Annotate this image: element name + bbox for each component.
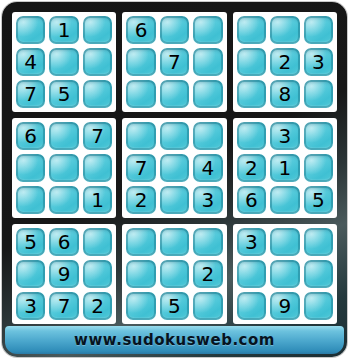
cell-r4c4[interactable] — [126, 122, 155, 150]
cell-r6c7[interactable]: 6 — [237, 186, 266, 214]
cell-r9c4[interactable] — [126, 292, 155, 320]
cell-r7c2[interactable]: 6 — [49, 228, 78, 256]
cell-r4c6[interactable] — [193, 122, 222, 150]
cell-r2c8[interactable]: 2 — [270, 48, 299, 76]
cell-r8c6[interactable]: 2 — [193, 260, 222, 288]
cell-r2c3[interactable] — [83, 48, 112, 76]
cell-r9c1[interactable]: 3 — [16, 292, 45, 320]
block-9: 39 — [233, 224, 337, 324]
block-7: 569372 — [12, 224, 116, 324]
site-url[interactable]: www.sudokusweb.com — [74, 331, 275, 349]
cell-r6c6[interactable]: 3 — [193, 186, 222, 214]
cell-r5c7[interactable]: 2 — [237, 154, 266, 182]
cell-r1c8[interactable] — [270, 16, 299, 44]
cell-r4c3[interactable]: 7 — [83, 122, 112, 150]
cell-r5c4[interactable]: 7 — [126, 154, 155, 182]
cell-r3c8[interactable]: 8 — [270, 80, 299, 108]
cell-r8c7[interactable] — [237, 260, 266, 288]
cell-r1c6[interactable] — [193, 16, 222, 44]
cell-r4c1[interactable]: 6 — [16, 122, 45, 150]
cell-r2c1[interactable]: 4 — [16, 48, 45, 76]
cell-r9c8[interactable]: 9 — [270, 292, 299, 320]
cell-r1c5[interactable] — [160, 16, 189, 44]
cell-r8c8[interactable] — [270, 260, 299, 288]
cell-r8c4[interactable] — [126, 260, 155, 288]
cell-r7c7[interactable]: 3 — [237, 228, 266, 256]
cell-r3c2[interactable]: 5 — [49, 80, 78, 108]
block-5: 7423 — [122, 118, 226, 218]
cell-r3c4[interactable] — [126, 80, 155, 108]
cell-r6c4[interactable]: 2 — [126, 186, 155, 214]
cell-r7c6[interactable] — [193, 228, 222, 256]
cell-r4c2[interactable] — [49, 122, 78, 150]
cell-r7c1[interactable]: 5 — [16, 228, 45, 256]
cell-r7c5[interactable] — [160, 228, 189, 256]
cell-r5c3[interactable] — [83, 154, 112, 182]
cell-r3c9[interactable] — [304, 80, 333, 108]
cell-r6c9[interactable]: 5 — [304, 186, 333, 214]
cell-r5c1[interactable] — [16, 154, 45, 182]
block-6: 32165 — [233, 118, 337, 218]
cell-r5c2[interactable] — [49, 154, 78, 182]
cell-r5c6[interactable]: 4 — [193, 154, 222, 182]
cell-r9c3[interactable]: 2 — [83, 292, 112, 320]
cell-r8c9[interactable] — [304, 260, 333, 288]
cell-r7c3[interactable] — [83, 228, 112, 256]
cell-r2c6[interactable] — [193, 48, 222, 76]
sudoku-grid: 1475672386717423321655693722539 — [12, 12, 337, 324]
cell-r5c5[interactable] — [160, 154, 189, 182]
block-3: 238 — [233, 12, 337, 112]
block-8: 25 — [122, 224, 226, 324]
cell-r1c3[interactable] — [83, 16, 112, 44]
cell-r6c1[interactable] — [16, 186, 45, 214]
cell-r2c9[interactable]: 3 — [304, 48, 333, 76]
cell-r1c4[interactable]: 6 — [126, 16, 155, 44]
cell-r7c4[interactable] — [126, 228, 155, 256]
cell-r3c3[interactable] — [83, 80, 112, 108]
cell-r8c1[interactable] — [16, 260, 45, 288]
cell-r2c7[interactable] — [237, 48, 266, 76]
cell-r9c5[interactable]: 5 — [160, 292, 189, 320]
cell-r5c8[interactable]: 1 — [270, 154, 299, 182]
cell-r6c2[interactable] — [49, 186, 78, 214]
cell-r8c5[interactable] — [160, 260, 189, 288]
cell-r3c7[interactable] — [237, 80, 266, 108]
cell-r4c7[interactable] — [237, 122, 266, 150]
cell-r3c1[interactable]: 7 — [16, 80, 45, 108]
cell-r5c9[interactable] — [304, 154, 333, 182]
cell-r3c5[interactable] — [160, 80, 189, 108]
cell-r1c7[interactable] — [237, 16, 266, 44]
cell-r9c9[interactable] — [304, 292, 333, 320]
cell-r4c8[interactable]: 3 — [270, 122, 299, 150]
cell-r4c9[interactable] — [304, 122, 333, 150]
cell-r6c3[interactable]: 1 — [83, 186, 112, 214]
block-1: 1475 — [12, 12, 116, 112]
cell-r2c4[interactable] — [126, 48, 155, 76]
footer-band: www.sudokusweb.com — [5, 326, 344, 354]
cell-r1c1[interactable] — [16, 16, 45, 44]
cell-r9c6[interactable] — [193, 292, 222, 320]
cell-r9c2[interactable]: 7 — [49, 292, 78, 320]
cell-r8c2[interactable]: 9 — [49, 260, 78, 288]
cell-r9c7[interactable] — [237, 292, 266, 320]
cell-r2c5[interactable]: 7 — [160, 48, 189, 76]
cell-r6c8[interactable] — [270, 186, 299, 214]
block-2: 67 — [122, 12, 226, 112]
cell-r2c2[interactable] — [49, 48, 78, 76]
cell-r1c9[interactable] — [304, 16, 333, 44]
cell-r4c5[interactable] — [160, 122, 189, 150]
sudoku-board: 1475672386717423321655693722539 www.sudo… — [2, 2, 347, 357]
block-4: 671 — [12, 118, 116, 218]
cell-r1c2[interactable]: 1 — [49, 16, 78, 44]
cell-r8c3[interactable] — [83, 260, 112, 288]
cell-r7c9[interactable] — [304, 228, 333, 256]
cell-r7c8[interactable] — [270, 228, 299, 256]
cell-r3c6[interactable] — [193, 80, 222, 108]
cell-r6c5[interactable] — [160, 186, 189, 214]
